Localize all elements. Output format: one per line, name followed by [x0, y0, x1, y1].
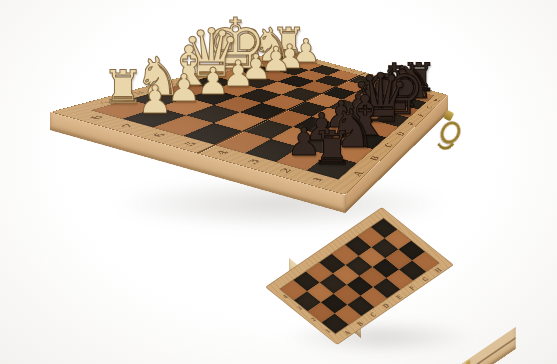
fold-file-label: H [432, 266, 444, 275]
rank-label: 1 [307, 174, 328, 185]
latch-plate [466, 359, 470, 364]
brass-latch-icon [466, 358, 472, 364]
fold-file-label: E [393, 293, 405, 302]
rank-label: 8 [82, 113, 110, 121]
folded-board-squares [280, 218, 439, 333]
rank-label: 4 [210, 148, 234, 158]
rank-label: 5 [178, 139, 203, 148]
rank-label: 6 [146, 130, 172, 139]
file-label: G [424, 105, 435, 110]
file-label: F [415, 112, 426, 118]
fold-file-label: G [419, 275, 431, 284]
file-label: H [432, 98, 442, 103]
fold-file-label: C [367, 311, 379, 320]
chess-set-product-scene: AABBCCDDEEFFGGHH1122334455667788 ABCDEFG… [0, 0, 557, 364]
rank-label: 3 [242, 157, 265, 167]
rank-label: 7 [114, 122, 141, 131]
fold-file-label: F [406, 284, 418, 293]
file-label: E [405, 121, 417, 127]
fold-file-label: D [380, 302, 392, 311]
rank-label: 2 [275, 165, 297, 175]
